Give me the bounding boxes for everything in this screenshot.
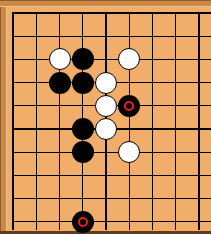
black-stone: [49, 72, 71, 94]
intersection-4-0: [94, 1, 117, 24]
intersection-6-4: [141, 94, 164, 117]
white-stone: [95, 118, 117, 140]
intersection-1-1: [25, 25, 48, 48]
intersection-7-1: [164, 25, 187, 48]
intersection-8-6: [187, 141, 210, 164]
intersection-6-9: [141, 210, 164, 233]
intersection-3-5: [71, 117, 94, 140]
intersection-5-2: [118, 48, 141, 71]
intersection-5-1: [118, 25, 141, 48]
black-stone: [72, 141, 94, 163]
intersection-8-5: [187, 117, 210, 140]
white-stone: [49, 48, 71, 70]
intersection-8-3: [187, 71, 210, 94]
intersection-8-1: [187, 25, 210, 48]
intersection-6-2: [141, 48, 164, 71]
intersection-2-9: [48, 210, 71, 233]
intersection-8-7: [187, 164, 210, 187]
intersection-5-9: [118, 210, 141, 233]
intersection-7-5: [164, 117, 187, 140]
intersection-0-5: [1, 117, 24, 140]
marked-black-stone: [72, 211, 94, 233]
intersection-1-3: [25, 71, 48, 94]
intersection-6-8: [141, 187, 164, 210]
red-circle-mark: [78, 217, 88, 227]
white-stone: [95, 72, 117, 94]
intersection-7-7: [164, 164, 187, 187]
intersection-4-6: [94, 141, 117, 164]
intersection-8-4: [187, 94, 210, 117]
intersection-5-6: [118, 141, 141, 164]
intersection-3-2: [71, 48, 94, 71]
intersection-7-8: [164, 187, 187, 210]
intersection-0-4: [1, 94, 24, 117]
intersection-4-5: [94, 117, 117, 140]
intersection-4-8: [94, 187, 117, 210]
intersection-2-0: [48, 1, 71, 24]
intersection-3-7: [71, 164, 94, 187]
intersection-0-2: [1, 48, 24, 71]
intersection-4-7: [94, 164, 117, 187]
intersection-3-9: [71, 210, 94, 233]
intersection-2-4: [48, 94, 71, 117]
intersection-1-0: [25, 1, 48, 24]
black-stone: [72, 118, 94, 140]
intersection-3-3: [71, 71, 94, 94]
intersection-7-4: [164, 94, 187, 117]
intersection-1-9: [25, 210, 48, 233]
intersection-3-4: [71, 94, 94, 117]
intersection-1-4: [25, 94, 48, 117]
intersection-0-8: [1, 187, 24, 210]
intersection-3-0: [71, 1, 94, 24]
intersection-0-7: [1, 164, 24, 187]
intersection-2-8: [48, 187, 71, 210]
intersection-7-3: [164, 71, 187, 94]
intersection-0-6: [1, 141, 24, 164]
white-stone: [95, 95, 117, 117]
black-stone: [72, 72, 94, 94]
intersection-5-0: [118, 1, 141, 24]
intersection-1-7: [25, 164, 48, 187]
marked-black-stone: [118, 95, 140, 117]
intersection-5-5: [118, 117, 141, 140]
intersection-2-7: [48, 164, 71, 187]
intersection-1-5: [25, 117, 48, 140]
intersection-1-2: [25, 48, 48, 71]
intersection-0-3: [1, 71, 24, 94]
intersection-4-3: [94, 71, 117, 94]
intersection-6-1: [141, 25, 164, 48]
black-stone: [72, 48, 94, 70]
intersection-8-9: [187, 210, 210, 233]
intersection-5-7: [118, 164, 141, 187]
intersection-1-8: [25, 187, 48, 210]
intersection-0-0: [1, 1, 24, 24]
intersection-5-8: [118, 187, 141, 210]
intersection-6-6: [141, 141, 164, 164]
intersection-2-1: [48, 25, 71, 48]
intersection-3-8: [71, 187, 94, 210]
red-circle-mark: [124, 101, 134, 111]
intersection-3-6: [71, 141, 94, 164]
intersection-2-5: [48, 117, 71, 140]
intersection-4-9: [94, 210, 117, 233]
intersection-2-2: [48, 48, 71, 71]
board-grid: [1, 1, 210, 233]
intersection-8-8: [187, 187, 210, 210]
intersection-2-3: [48, 71, 71, 94]
go-board: [0, 0, 211, 234]
intersection-0-1: [1, 25, 24, 48]
intersection-6-3: [141, 71, 164, 94]
intersection-5-4: [118, 94, 141, 117]
intersection-8-0: [187, 1, 210, 24]
intersection-7-6: [164, 141, 187, 164]
intersection-4-4: [94, 94, 117, 117]
intersection-6-5: [141, 117, 164, 140]
intersection-1-6: [25, 141, 48, 164]
intersection-8-2: [187, 48, 210, 71]
intersection-2-6: [48, 141, 71, 164]
white-stone: [118, 48, 140, 70]
intersection-4-1: [94, 25, 117, 48]
white-stone: [118, 141, 140, 163]
intersection-0-9: [1, 210, 24, 233]
intersection-7-9: [164, 210, 187, 233]
intersection-6-7: [141, 164, 164, 187]
intersection-3-1: [71, 25, 94, 48]
intersection-4-2: [94, 48, 117, 71]
intersection-7-2: [164, 48, 187, 71]
intersection-5-3: [118, 71, 141, 94]
intersection-6-0: [141, 1, 164, 24]
intersection-7-0: [164, 1, 187, 24]
